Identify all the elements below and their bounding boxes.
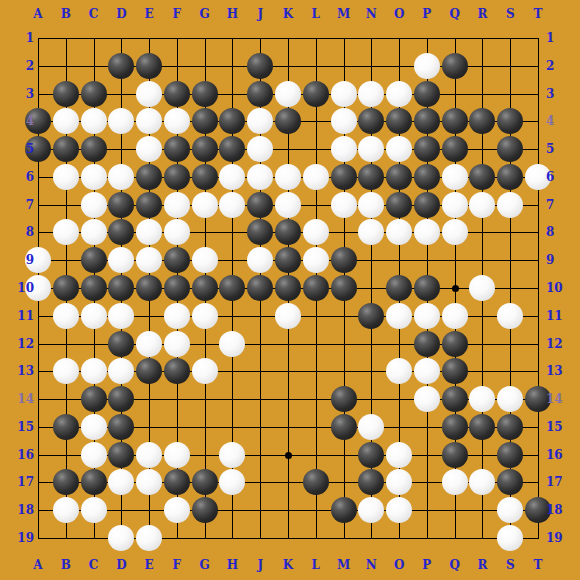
black-stone [331, 247, 357, 273]
white-stone [108, 358, 134, 384]
white-stone [192, 247, 218, 273]
black-stone [192, 497, 218, 523]
white-stone [53, 303, 79, 329]
white-stone [108, 525, 134, 551]
row-label-left-13: 13 [6, 364, 34, 378]
col-label-bottom-H: H [222, 558, 242, 572]
row-label-right-2: 2 [546, 59, 576, 73]
grid-line-horizontal [38, 510, 539, 511]
white-stone [442, 469, 468, 495]
white-stone [386, 303, 412, 329]
white-stone [81, 108, 107, 134]
row-label-left-14: 14 [6, 392, 34, 406]
white-stone [497, 497, 523, 523]
white-stone [192, 192, 218, 218]
black-stone [108, 386, 134, 412]
white-stone [136, 469, 162, 495]
col-label-bottom-T: T [528, 558, 548, 572]
white-stone [136, 219, 162, 245]
black-stone [442, 53, 468, 79]
row-label-left-5: 5 [6, 142, 34, 156]
black-stone [81, 386, 107, 412]
row-label-right-4: 4 [546, 114, 576, 128]
black-stone [164, 164, 190, 190]
black-stone [192, 136, 218, 162]
white-stone [164, 331, 190, 357]
black-stone [81, 469, 107, 495]
col-label-top-O: O [389, 7, 409, 21]
col-label-top-P: P [417, 7, 437, 21]
col-label-top-C: C [84, 7, 104, 21]
white-stone [497, 192, 523, 218]
col-label-bottom-Q: Q [445, 558, 465, 572]
white-stone [81, 303, 107, 329]
white-stone [53, 219, 79, 245]
white-stone [164, 219, 190, 245]
white-stone [53, 497, 79, 523]
white-stone [358, 192, 384, 218]
black-stone [192, 81, 218, 107]
black-stone [442, 136, 468, 162]
black-stone [164, 358, 190, 384]
black-stone [469, 164, 495, 190]
row-label-right-6: 6 [546, 170, 576, 184]
black-stone [442, 414, 468, 440]
col-label-bottom-L: L [306, 558, 326, 572]
row-label-right-14: 14 [546, 392, 576, 406]
row-label-right-10: 10 [546, 281, 576, 295]
white-stone [136, 108, 162, 134]
row-label-left-2: 2 [6, 59, 34, 73]
col-label-top-J: J [250, 7, 270, 21]
black-stone [442, 358, 468, 384]
white-stone [81, 358, 107, 384]
white-stone [469, 386, 495, 412]
white-stone [81, 442, 107, 468]
black-stone [386, 192, 412, 218]
black-stone [331, 164, 357, 190]
row-label-left-19: 19 [6, 531, 34, 545]
white-stone [81, 192, 107, 218]
col-label-bottom-K: K [278, 558, 298, 572]
white-stone [219, 442, 245, 468]
white-stone [275, 81, 301, 107]
white-stone [331, 192, 357, 218]
white-stone [164, 192, 190, 218]
black-stone [414, 136, 440, 162]
white-stone [108, 164, 134, 190]
white-stone [358, 219, 384, 245]
white-stone [275, 192, 301, 218]
row-label-right-19: 19 [546, 531, 576, 545]
black-stone [442, 386, 468, 412]
black-stone [442, 442, 468, 468]
white-stone [497, 386, 523, 412]
black-stone [414, 192, 440, 218]
white-stone [136, 81, 162, 107]
white-stone [136, 525, 162, 551]
black-stone [136, 358, 162, 384]
black-stone [164, 136, 190, 162]
black-stone [108, 414, 134, 440]
white-stone [164, 108, 190, 134]
row-label-left-18: 18 [6, 503, 34, 517]
white-stone [81, 414, 107, 440]
white-stone [469, 275, 495, 301]
col-label-bottom-G: G [195, 558, 215, 572]
black-stone [414, 164, 440, 190]
black-stone [386, 164, 412, 190]
black-stone [331, 275, 357, 301]
white-stone [108, 247, 134, 273]
white-stone [469, 192, 495, 218]
black-stone [81, 247, 107, 273]
white-stone [331, 81, 357, 107]
black-stone [331, 386, 357, 412]
black-stone [247, 192, 273, 218]
row-label-left-7: 7 [6, 198, 34, 212]
col-label-top-R: R [472, 7, 492, 21]
white-stone [414, 386, 440, 412]
grid-line-vertical [538, 38, 539, 539]
white-stone [386, 469, 412, 495]
white-stone [81, 164, 107, 190]
black-stone [247, 53, 273, 79]
white-stone [497, 525, 523, 551]
white-stone [414, 219, 440, 245]
white-stone [442, 219, 468, 245]
black-stone [303, 275, 329, 301]
white-stone [192, 358, 218, 384]
col-label-top-Q: Q [445, 7, 465, 21]
black-stone [53, 469, 79, 495]
black-stone [497, 164, 523, 190]
white-stone [303, 164, 329, 190]
white-stone [386, 442, 412, 468]
black-stone [192, 469, 218, 495]
row-label-right-17: 17 [546, 475, 576, 489]
black-stone [442, 331, 468, 357]
white-stone [358, 136, 384, 162]
black-stone [108, 219, 134, 245]
row-label-right-5: 5 [546, 142, 576, 156]
black-stone [136, 53, 162, 79]
white-stone [53, 108, 79, 134]
row-label-left-15: 15 [6, 420, 34, 434]
black-stone [358, 442, 384, 468]
col-label-top-S: S [500, 7, 520, 21]
black-stone [108, 192, 134, 218]
black-stone [219, 108, 245, 134]
col-label-top-N: N [361, 7, 381, 21]
white-stone [442, 192, 468, 218]
col-label-top-H: H [222, 7, 242, 21]
white-stone [108, 108, 134, 134]
col-label-bottom-R: R [472, 558, 492, 572]
black-stone [247, 275, 273, 301]
black-stone [358, 303, 384, 329]
row-label-left-4: 4 [6, 114, 34, 128]
black-stone [331, 414, 357, 440]
black-stone [414, 275, 440, 301]
white-stone [53, 164, 79, 190]
white-stone [219, 164, 245, 190]
black-stone [53, 275, 79, 301]
col-label-bottom-P: P [417, 558, 437, 572]
white-stone [136, 136, 162, 162]
col-label-bottom-O: O [389, 558, 409, 572]
black-stone [497, 442, 523, 468]
white-stone [81, 219, 107, 245]
black-stone [497, 136, 523, 162]
black-stone [442, 108, 468, 134]
black-stone [303, 469, 329, 495]
white-stone [303, 247, 329, 273]
white-stone [164, 442, 190, 468]
col-label-bottom-E: E [139, 558, 159, 572]
black-stone [497, 108, 523, 134]
row-label-right-13: 13 [546, 364, 576, 378]
col-label-top-E: E [139, 7, 159, 21]
row-label-right-7: 7 [546, 198, 576, 212]
white-stone [497, 303, 523, 329]
row-label-right-11: 11 [546, 309, 576, 323]
black-stone [108, 275, 134, 301]
black-stone [414, 81, 440, 107]
black-stone [275, 219, 301, 245]
row-label-left-6: 6 [6, 170, 34, 184]
row-label-right-1: 1 [546, 31, 576, 45]
black-stone [108, 442, 134, 468]
black-stone [81, 275, 107, 301]
black-stone [192, 108, 218, 134]
black-stone [219, 136, 245, 162]
col-label-bottom-M: M [334, 558, 354, 572]
col-label-top-K: K [278, 7, 298, 21]
white-stone [386, 497, 412, 523]
black-stone [358, 108, 384, 134]
row-label-right-3: 3 [546, 87, 576, 101]
white-stone [247, 247, 273, 273]
white-stone [442, 303, 468, 329]
white-stone [331, 136, 357, 162]
white-stone [53, 358, 79, 384]
white-stone [219, 192, 245, 218]
white-stone [136, 442, 162, 468]
col-label-bottom-A: A [28, 558, 48, 572]
black-stone [53, 81, 79, 107]
black-stone [81, 136, 107, 162]
row-label-left-9: 9 [6, 253, 34, 267]
black-stone [164, 247, 190, 273]
white-stone [275, 164, 301, 190]
black-stone [247, 81, 273, 107]
black-stone [53, 136, 79, 162]
col-label-top-B: B [56, 7, 76, 21]
col-label-bottom-C: C [84, 558, 104, 572]
white-stone [358, 497, 384, 523]
white-stone [414, 53, 440, 79]
row-label-left-8: 8 [6, 225, 34, 239]
black-stone [358, 469, 384, 495]
black-stone [469, 108, 495, 134]
row-label-right-12: 12 [546, 337, 576, 351]
white-stone [386, 219, 412, 245]
black-stone [81, 81, 107, 107]
black-stone [275, 108, 301, 134]
black-stone [469, 414, 495, 440]
white-stone [414, 303, 440, 329]
white-stone [247, 108, 273, 134]
white-stone [164, 497, 190, 523]
col-label-bottom-D: D [111, 558, 131, 572]
row-label-left-1: 1 [6, 31, 34, 45]
black-stone [414, 331, 440, 357]
black-stone [136, 192, 162, 218]
black-stone [303, 81, 329, 107]
black-stone [164, 81, 190, 107]
white-stone [275, 303, 301, 329]
row-label-left-11: 11 [6, 309, 34, 323]
col-label-bottom-S: S [500, 558, 520, 572]
row-label-right-9: 9 [546, 253, 576, 267]
black-stone [136, 275, 162, 301]
col-label-top-A: A [28, 7, 48, 21]
black-stone [108, 331, 134, 357]
white-stone [247, 164, 273, 190]
row-label-left-3: 3 [6, 87, 34, 101]
white-stone [164, 303, 190, 329]
white-stone [108, 469, 134, 495]
black-stone [275, 247, 301, 273]
white-stone [469, 469, 495, 495]
black-stone [164, 469, 190, 495]
white-stone [219, 469, 245, 495]
white-stone [192, 303, 218, 329]
col-label-top-G: G [195, 7, 215, 21]
black-stone [386, 108, 412, 134]
black-stone [358, 164, 384, 190]
col-label-bottom-N: N [361, 558, 381, 572]
white-stone [219, 331, 245, 357]
black-stone [497, 414, 523, 440]
white-stone [414, 358, 440, 384]
white-stone [386, 358, 412, 384]
white-stone [358, 81, 384, 107]
col-label-top-M: M [334, 7, 354, 21]
col-label-bottom-J: J [250, 558, 270, 572]
row-label-right-8: 8 [546, 225, 576, 239]
col-label-top-L: L [306, 7, 326, 21]
row-label-left-10: 10 [6, 281, 34, 295]
black-stone [53, 414, 79, 440]
white-stone [108, 303, 134, 329]
black-stone [275, 275, 301, 301]
row-label-right-18: 18 [546, 503, 576, 517]
white-stone [136, 331, 162, 357]
black-stone [497, 469, 523, 495]
white-stone [386, 81, 412, 107]
white-stone [386, 136, 412, 162]
col-label-top-T: T [528, 7, 548, 21]
row-label-right-15: 15 [546, 420, 576, 434]
black-stone [136, 164, 162, 190]
black-stone [192, 275, 218, 301]
row-label-left-16: 16 [6, 448, 34, 462]
col-label-bottom-B: B [56, 558, 76, 572]
hoshi-point [285, 452, 292, 459]
col-label-top-F: F [167, 7, 187, 21]
col-label-top-D: D [111, 7, 131, 21]
white-stone [442, 164, 468, 190]
go-board-app: AABBCCDDEEFFGGHHJJKKLLMMNNOOPPQQRRSSTT11… [0, 0, 580, 580]
white-stone [303, 219, 329, 245]
white-stone [331, 108, 357, 134]
black-stone [192, 164, 218, 190]
black-stone [386, 275, 412, 301]
black-stone [414, 108, 440, 134]
white-stone [81, 497, 107, 523]
row-label-left-17: 17 [6, 475, 34, 489]
white-stone [136, 247, 162, 273]
col-label-bottom-F: F [167, 558, 187, 572]
black-stone [219, 275, 245, 301]
hoshi-point [452, 285, 459, 292]
row-label-right-16: 16 [546, 448, 576, 462]
white-stone [358, 414, 384, 440]
row-label-left-12: 12 [6, 337, 34, 351]
black-stone [331, 497, 357, 523]
white-stone [247, 136, 273, 162]
black-stone [108, 53, 134, 79]
black-stone [247, 219, 273, 245]
black-stone [164, 275, 190, 301]
